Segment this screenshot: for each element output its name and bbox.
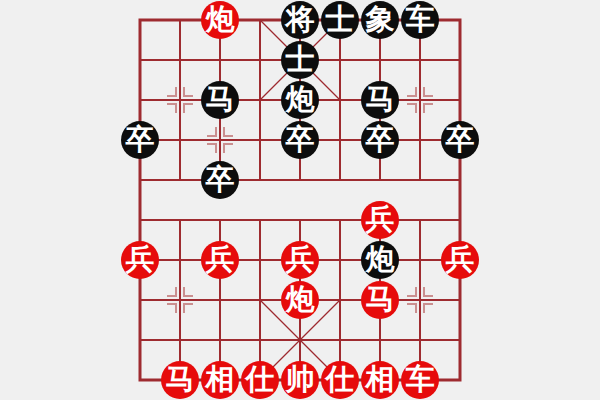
- piece-red-cannon[interactable]: 炮: [281, 281, 319, 319]
- piece-red-horse[interactable]: 马: [361, 281, 399, 319]
- piece-black-soldier[interactable]: 卒: [201, 161, 239, 199]
- piece-black-horse[interactable]: 马: [201, 81, 239, 119]
- piece-red-cannon[interactable]: 炮: [201, 1, 239, 39]
- piece-red-soldier[interactable]: 兵: [201, 241, 239, 279]
- piece-red-chariot[interactable]: 车: [401, 361, 439, 399]
- piece-black-general[interactable]: 将: [281, 1, 319, 39]
- board-grid[interactable]: 炮将士象车士马炮马卒卒卒卒卒兵兵兵兵炮兵炮马马相仕帅仕相车: [120, 0, 480, 400]
- piece-red-soldier[interactable]: 兵: [281, 241, 319, 279]
- piece-black-horse[interactable]: 马: [361, 81, 399, 119]
- piece-red-soldier[interactable]: 兵: [441, 241, 479, 279]
- piece-red-elephant[interactable]: 相: [361, 361, 399, 399]
- piece-red-soldier[interactable]: 兵: [121, 241, 159, 279]
- piece-black-cannon[interactable]: 炮: [361, 241, 399, 279]
- piece-black-soldier[interactable]: 卒: [441, 121, 479, 159]
- piece-black-soldier[interactable]: 卒: [361, 121, 399, 159]
- piece-red-soldier[interactable]: 兵: [361, 201, 399, 239]
- piece-red-horse[interactable]: 马: [161, 361, 199, 399]
- piece-red-advisor[interactable]: 仕: [241, 361, 279, 399]
- piece-black-soldier[interactable]: 卒: [281, 121, 319, 159]
- piece-red-advisor[interactable]: 仕: [321, 361, 359, 399]
- piece-black-advisor[interactable]: 士: [281, 41, 319, 79]
- page-background: 炮将士象车士马炮马卒卒卒卒卒兵兵兵兵炮兵炮马马相仕帅仕相车: [0, 0, 600, 400]
- piece-red-general[interactable]: 帅: [281, 361, 319, 399]
- piece-black-elephant[interactable]: 象: [361, 1, 399, 39]
- piece-black-cannon[interactable]: 炮: [281, 81, 319, 119]
- piece-black-soldier[interactable]: 卒: [121, 121, 159, 159]
- piece-black-advisor[interactable]: 士: [321, 1, 359, 39]
- piece-red-elephant[interactable]: 相: [201, 361, 239, 399]
- piece-black-chariot[interactable]: 车: [401, 1, 439, 39]
